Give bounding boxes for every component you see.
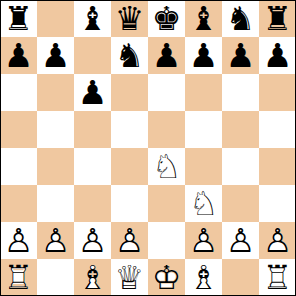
black-pawn-icon: ♟ bbox=[259, 37, 296, 74]
square-a6[interactable] bbox=[0, 74, 37, 111]
piece-black-rook[interactable]: ♜ bbox=[0, 0, 37, 37]
square-d8[interactable]: ♛ bbox=[111, 0, 148, 37]
piece-black-pawn[interactable]: ♟ bbox=[37, 37, 74, 74]
square-g1[interactable] bbox=[222, 259, 259, 296]
piece-white-queen[interactable]: ♛♕ bbox=[111, 259, 148, 296]
square-g7[interactable]: ♟ bbox=[222, 37, 259, 74]
square-b1[interactable] bbox=[37, 259, 74, 296]
square-d4[interactable] bbox=[111, 148, 148, 185]
white-knight-outline-icon: ♘ bbox=[148, 148, 185, 185]
black-knight-icon: ♞ bbox=[222, 0, 259, 37]
square-g2[interactable]: ♟♙ bbox=[222, 222, 259, 259]
square-c2[interactable]: ♟♙ bbox=[74, 222, 111, 259]
square-f3[interactable]: ♞♘ bbox=[185, 185, 222, 222]
black-pawn-icon: ♟ bbox=[222, 37, 259, 74]
white-pawn-outline-icon: ♙ bbox=[222, 222, 259, 259]
square-h3[interactable] bbox=[259, 185, 296, 222]
square-c6[interactable]: ♟ bbox=[74, 74, 111, 111]
piece-white-pawn[interactable]: ♟♙ bbox=[74, 222, 111, 259]
square-d1[interactable]: ♛♕ bbox=[111, 259, 148, 296]
piece-white-bishop[interactable]: ♝♗ bbox=[74, 259, 111, 296]
piece-white-pawn[interactable]: ♟♙ bbox=[37, 222, 74, 259]
black-pawn-icon: ♟ bbox=[0, 37, 37, 74]
square-e7[interactable]: ♟ bbox=[148, 37, 185, 74]
square-c3[interactable] bbox=[74, 185, 111, 222]
square-e5[interactable] bbox=[148, 111, 185, 148]
piece-black-bishop[interactable]: ♝ bbox=[185, 0, 222, 37]
square-c4[interactable] bbox=[74, 148, 111, 185]
piece-white-king[interactable]: ♚♔ bbox=[148, 259, 185, 296]
black-pawn-icon: ♟ bbox=[185, 37, 222, 74]
piece-black-bishop[interactable]: ♝ bbox=[74, 0, 111, 37]
piece-black-knight[interactable]: ♞ bbox=[222, 0, 259, 37]
piece-white-pawn[interactable]: ♟♙ bbox=[0, 222, 37, 259]
white-pawn-outline-icon: ♙ bbox=[259, 222, 296, 259]
square-g5[interactable] bbox=[222, 111, 259, 148]
square-h6[interactable] bbox=[259, 74, 296, 111]
square-c7[interactable] bbox=[74, 37, 111, 74]
piece-white-pawn[interactable]: ♟♙ bbox=[222, 222, 259, 259]
black-pawn-icon: ♟ bbox=[74, 74, 111, 111]
square-f7[interactable]: ♟ bbox=[185, 37, 222, 74]
white-pawn-outline-icon: ♙ bbox=[74, 222, 111, 259]
square-h4[interactable] bbox=[259, 148, 296, 185]
black-pawn-icon: ♟ bbox=[37, 37, 74, 74]
square-c5[interactable] bbox=[74, 111, 111, 148]
piece-black-pawn[interactable]: ♟ bbox=[222, 37, 259, 74]
square-b4[interactable] bbox=[37, 148, 74, 185]
square-a5[interactable] bbox=[0, 111, 37, 148]
white-bishop-outline-icon: ♗ bbox=[185, 259, 222, 296]
black-rook-icon: ♜ bbox=[0, 0, 37, 37]
square-d2[interactable]: ♟♙ bbox=[111, 222, 148, 259]
square-e6[interactable] bbox=[148, 74, 185, 111]
piece-black-rook[interactable]: ♜ bbox=[259, 0, 296, 37]
piece-white-knight[interactable]: ♞♘ bbox=[148, 148, 185, 185]
square-d6[interactable] bbox=[111, 74, 148, 111]
piece-white-pawn[interactable]: ♟♙ bbox=[111, 222, 148, 259]
square-f6[interactable] bbox=[185, 74, 222, 111]
piece-white-bishop[interactable]: ♝♗ bbox=[185, 259, 222, 296]
black-queen-icon: ♛ bbox=[111, 0, 148, 37]
piece-white-knight[interactable]: ♞♘ bbox=[185, 185, 222, 222]
square-f8[interactable]: ♝ bbox=[185, 0, 222, 37]
square-e8[interactable]: ♚ bbox=[148, 0, 185, 37]
square-b6[interactable] bbox=[37, 74, 74, 111]
piece-black-queen[interactable]: ♛ bbox=[111, 0, 148, 37]
square-a4[interactable] bbox=[0, 148, 37, 185]
square-a2[interactable]: ♟♙ bbox=[0, 222, 37, 259]
square-f1[interactable]: ♝♗ bbox=[185, 259, 222, 296]
square-e4[interactable]: ♞♘ bbox=[148, 148, 185, 185]
square-d3[interactable] bbox=[111, 185, 148, 222]
white-pawn-outline-icon: ♙ bbox=[185, 222, 222, 259]
white-pawn-outline-icon: ♙ bbox=[0, 222, 37, 259]
square-b7[interactable]: ♟ bbox=[37, 37, 74, 74]
square-e1[interactable]: ♚♔ bbox=[148, 259, 185, 296]
black-bishop-icon: ♝ bbox=[74, 0, 111, 37]
square-e3[interactable] bbox=[148, 185, 185, 222]
piece-white-rook[interactable]: ♜♖ bbox=[259, 259, 296, 296]
black-knight-icon: ♞ bbox=[111, 37, 148, 74]
black-bishop-icon: ♝ bbox=[185, 0, 222, 37]
black-king-icon: ♚ bbox=[148, 0, 185, 37]
square-a7[interactable]: ♟ bbox=[0, 37, 37, 74]
piece-black-pawn[interactable]: ♟ bbox=[0, 37, 37, 74]
square-a8[interactable]: ♜ bbox=[0, 0, 37, 37]
white-bishop-outline-icon: ♗ bbox=[74, 259, 111, 296]
square-g4[interactable] bbox=[222, 148, 259, 185]
square-g6[interactable] bbox=[222, 74, 259, 111]
piece-black-pawn[interactable]: ♟ bbox=[259, 37, 296, 74]
square-b2[interactable]: ♟♙ bbox=[37, 222, 74, 259]
square-a3[interactable] bbox=[0, 185, 37, 222]
square-h8[interactable]: ♜ bbox=[259, 0, 296, 37]
square-e2[interactable] bbox=[148, 222, 185, 259]
piece-black-pawn[interactable]: ♟ bbox=[185, 37, 222, 74]
chess-board: ♜♝♛♚♝♞♜♟♟♞♟♟♟♟♟♞♘♞♘♟♙♟♙♟♙♟♙♟♙♟♙♟♙♜♖♝♗♛♕♚… bbox=[0, 0, 296, 296]
square-f2[interactable]: ♟♙ bbox=[185, 222, 222, 259]
white-queen-outline-icon: ♕ bbox=[111, 259, 148, 296]
piece-white-pawn[interactable]: ♟♙ bbox=[185, 222, 222, 259]
piece-black-pawn[interactable]: ♟ bbox=[148, 37, 185, 74]
white-rook-outline-icon: ♖ bbox=[0, 259, 37, 296]
piece-white-rook[interactable]: ♜♖ bbox=[0, 259, 37, 296]
piece-black-king[interactable]: ♚ bbox=[148, 0, 185, 37]
square-h1[interactable]: ♜♖ bbox=[259, 259, 296, 296]
square-g8[interactable]: ♞ bbox=[222, 0, 259, 37]
piece-white-pawn[interactable]: ♟♙ bbox=[259, 222, 296, 259]
black-rook-icon: ♜ bbox=[259, 0, 296, 37]
square-f4[interactable] bbox=[185, 148, 222, 185]
square-h5[interactable] bbox=[259, 111, 296, 148]
square-d7[interactable]: ♞ bbox=[111, 37, 148, 74]
square-d5[interactable] bbox=[111, 111, 148, 148]
square-b3[interactable] bbox=[37, 185, 74, 222]
piece-black-knight[interactable]: ♞ bbox=[111, 37, 148, 74]
white-pawn-outline-icon: ♙ bbox=[37, 222, 74, 259]
square-h7[interactable]: ♟ bbox=[259, 37, 296, 74]
square-g3[interactable] bbox=[222, 185, 259, 222]
square-f5[interactable] bbox=[185, 111, 222, 148]
white-pawn-outline-icon: ♙ bbox=[111, 222, 148, 259]
square-b8[interactable] bbox=[37, 0, 74, 37]
square-c1[interactable]: ♝♗ bbox=[74, 259, 111, 296]
square-h2[interactable]: ♟♙ bbox=[259, 222, 296, 259]
square-a1[interactable]: ♜♖ bbox=[0, 259, 37, 296]
square-b5[interactable] bbox=[37, 111, 74, 148]
black-pawn-icon: ♟ bbox=[148, 37, 185, 74]
piece-black-pawn[interactable]: ♟ bbox=[74, 74, 111, 111]
square-c8[interactable]: ♝ bbox=[74, 0, 111, 37]
white-king-outline-icon: ♔ bbox=[148, 259, 185, 296]
white-knight-outline-icon: ♘ bbox=[185, 185, 222, 222]
white-rook-outline-icon: ♖ bbox=[259, 259, 296, 296]
